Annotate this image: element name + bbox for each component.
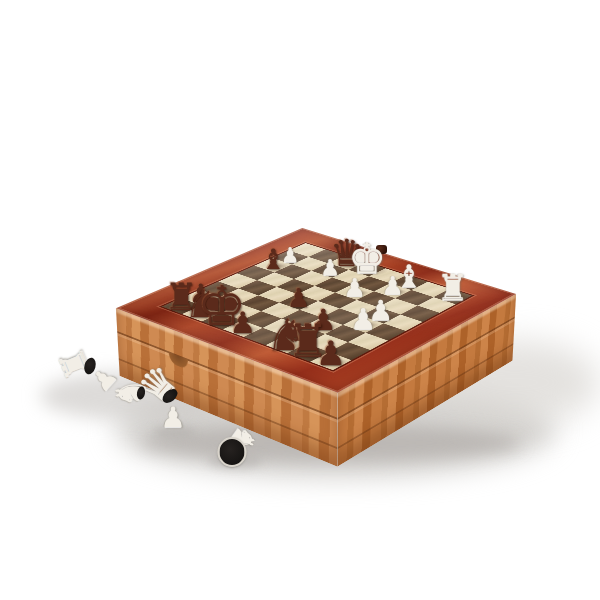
square-h4 — [237, 266, 274, 281]
square-d1 — [369, 268, 406, 283]
fallen-white-pawn-4: ♟ — [160, 404, 185, 432]
felt-base-white-knight-5 — [218, 437, 247, 467]
felt-base-white-rook-0 — [82, 356, 97, 375]
square-c6 — [303, 317, 343, 334]
square-d7 — [263, 319, 303, 336]
finger-notch — [169, 352, 189, 370]
square-a5 — [366, 323, 406, 340]
square-a7 — [329, 342, 370, 360]
square-d5 — [300, 301, 339, 317]
square-c8 — [265, 335, 306, 353]
square-c4 — [339, 300, 378, 316]
square-b3 — [378, 298, 417, 314]
square-h2 — [272, 250, 308, 264]
square-a3 — [400, 305, 439, 321]
square-a6 — [347, 332, 388, 350]
square-a2 — [417, 297, 456, 313]
square-b6 — [325, 325, 365, 342]
square-b1 — [412, 282, 450, 297]
square-b4 — [361, 307, 400, 323]
square-f7 — [221, 304, 260, 320]
square-h1 — [289, 243, 325, 257]
square-b7 — [306, 334, 347, 352]
box-side-front-right — [337, 294, 516, 467]
square-g3 — [274, 264, 311, 278]
square-f1 — [328, 255, 365, 269]
floor-pawn-shadow — [153, 426, 195, 438]
square-a8 — [310, 352, 352, 371]
square-b8 — [287, 343, 329, 361]
product-photo-stage: ♟♛♝♚♟♝♟♟♜♟♟♜♞♟♚♟♟♟♞♜♟ ♜♟♞♛♟♞ — [0, 0, 600, 600]
square-f6 — [240, 295, 279, 311]
box-hinge — [376, 245, 387, 254]
square-g1 — [308, 249, 344, 263]
square-c7 — [284, 326, 325, 343]
felt-base-white-knight-2 — [136, 386, 146, 400]
chess-box — [116, 228, 516, 393]
square-g4 — [257, 272, 295, 287]
